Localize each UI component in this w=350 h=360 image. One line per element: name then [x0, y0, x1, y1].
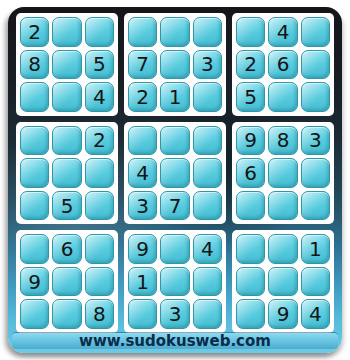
cell-r6c5[interactable]: 7 [160, 191, 189, 221]
cell-r3c9[interactable] [301, 82, 330, 112]
cell-r2c2[interactable] [52, 50, 81, 80]
cell-r7c9[interactable]: 1 [301, 234, 330, 264]
cell-r5c5[interactable] [160, 158, 189, 188]
cell-r8c5[interactable] [160, 267, 189, 297]
website-url: www.sudokusweb.com [79, 332, 271, 350]
box-6: 9836 [232, 122, 334, 225]
cell-r4c3[interactable]: 2 [85, 126, 114, 156]
cell-r3c4[interactable]: 2 [128, 82, 157, 112]
box-1: 2854 [16, 13, 118, 116]
sudoku-board: 2854 7321 4265 25 437 9836 698 9413 194 … [8, 7, 342, 353]
cell-r1c9[interactable] [301, 17, 330, 47]
cell-r7c6[interactable]: 4 [193, 234, 222, 264]
cell-r3c7[interactable]: 5 [236, 82, 265, 112]
cell-r5c3[interactable] [85, 158, 114, 188]
cell-r9c5[interactable]: 3 [160, 299, 189, 329]
cell-r8c2[interactable] [52, 267, 81, 297]
cell-r3c1[interactable] [20, 82, 49, 112]
cell-r4c9[interactable]: 3 [301, 126, 330, 156]
cell-r8c3[interactable] [85, 267, 114, 297]
cell-r2c3[interactable]: 5 [85, 50, 114, 80]
cell-r3c8[interactable] [268, 82, 297, 112]
cell-r6c3[interactable] [85, 191, 114, 221]
cell-r1c1[interactable]: 2 [20, 17, 49, 47]
cell-r5c6[interactable] [193, 158, 222, 188]
cell-r4c1[interactable] [20, 126, 49, 156]
cell-r9c9[interactable]: 4 [301, 299, 330, 329]
cell-r7c3[interactable] [85, 234, 114, 264]
cell-r5c7[interactable]: 6 [236, 158, 265, 188]
cell-r2c5[interactable] [160, 50, 189, 80]
box-8: 9413 [124, 230, 226, 333]
cell-r3c6[interactable] [193, 82, 222, 112]
cell-r2c4[interactable]: 7 [128, 50, 157, 80]
cell-r6c1[interactable] [20, 191, 49, 221]
cell-r7c4[interactable]: 9 [128, 234, 157, 264]
cell-r6c7[interactable] [236, 191, 265, 221]
cell-r1c4[interactable] [128, 17, 157, 47]
cell-r2c1[interactable]: 8 [20, 50, 49, 80]
cell-r1c7[interactable] [236, 17, 265, 47]
cell-r8c6[interactable] [193, 267, 222, 297]
cell-r2c9[interactable] [301, 50, 330, 80]
cell-r1c5[interactable] [160, 17, 189, 47]
cell-r8c9[interactable] [301, 267, 330, 297]
cell-r6c2[interactable]: 5 [52, 191, 81, 221]
cell-r3c2[interactable] [52, 82, 81, 112]
box-5: 437 [124, 122, 226, 225]
cell-r8c4[interactable]: 1 [128, 267, 157, 297]
box-3: 4265 [232, 13, 334, 116]
cell-r7c8[interactable] [268, 234, 297, 264]
cell-r4c7[interactable]: 9 [236, 126, 265, 156]
cell-r7c5[interactable] [160, 234, 189, 264]
cell-r9c2[interactable] [52, 299, 81, 329]
cell-r8c7[interactable] [236, 267, 265, 297]
sudoku-grid: 2854 7321 4265 25 437 9836 698 9413 194 [16, 13, 334, 333]
cell-r9c6[interactable] [193, 299, 222, 329]
cell-r7c1[interactable] [20, 234, 49, 264]
box-7: 698 [16, 230, 118, 333]
cell-r6c9[interactable] [301, 191, 330, 221]
cell-r1c6[interactable] [193, 17, 222, 47]
cell-r2c7[interactable]: 2 [236, 50, 265, 80]
cell-r5c8[interactable] [268, 158, 297, 188]
footer-bar: www.sudokusweb.com [12, 333, 338, 349]
cell-r4c5[interactable] [160, 126, 189, 156]
cell-r1c3[interactable] [85, 17, 114, 47]
box-2: 7321 [124, 13, 226, 116]
box-4: 25 [16, 122, 118, 225]
cell-r2c6[interactable]: 3 [193, 50, 222, 80]
cell-r4c6[interactable] [193, 126, 222, 156]
cell-r5c1[interactable] [20, 158, 49, 188]
cell-r9c7[interactable] [236, 299, 265, 329]
cell-r6c4[interactable]: 3 [128, 191, 157, 221]
box-9: 194 [232, 230, 334, 333]
cell-r5c4[interactable]: 4 [128, 158, 157, 188]
cell-r2c8[interactable]: 6 [268, 50, 297, 80]
cell-r5c2[interactable] [52, 158, 81, 188]
cell-r7c2[interactable]: 6 [52, 234, 81, 264]
cell-r9c4[interactable] [128, 299, 157, 329]
cell-r1c2[interactable] [52, 17, 81, 47]
cell-r9c1[interactable] [20, 299, 49, 329]
cell-r3c3[interactable]: 4 [85, 82, 114, 112]
cell-r8c8[interactable] [268, 267, 297, 297]
cell-r6c6[interactable] [193, 191, 222, 221]
cell-r6c8[interactable] [268, 191, 297, 221]
cell-r4c8[interactable]: 8 [268, 126, 297, 156]
cell-r4c4[interactable] [128, 126, 157, 156]
cell-r8c1[interactable]: 9 [20, 267, 49, 297]
cell-r5c9[interactable] [301, 158, 330, 188]
cell-r9c3[interactable]: 8 [85, 299, 114, 329]
cell-r3c5[interactable]: 1 [160, 82, 189, 112]
cell-r7c7[interactable] [236, 234, 265, 264]
cell-r9c8[interactable]: 9 [268, 299, 297, 329]
cell-r4c2[interactable] [52, 126, 81, 156]
cell-r1c8[interactable]: 4 [268, 17, 297, 47]
